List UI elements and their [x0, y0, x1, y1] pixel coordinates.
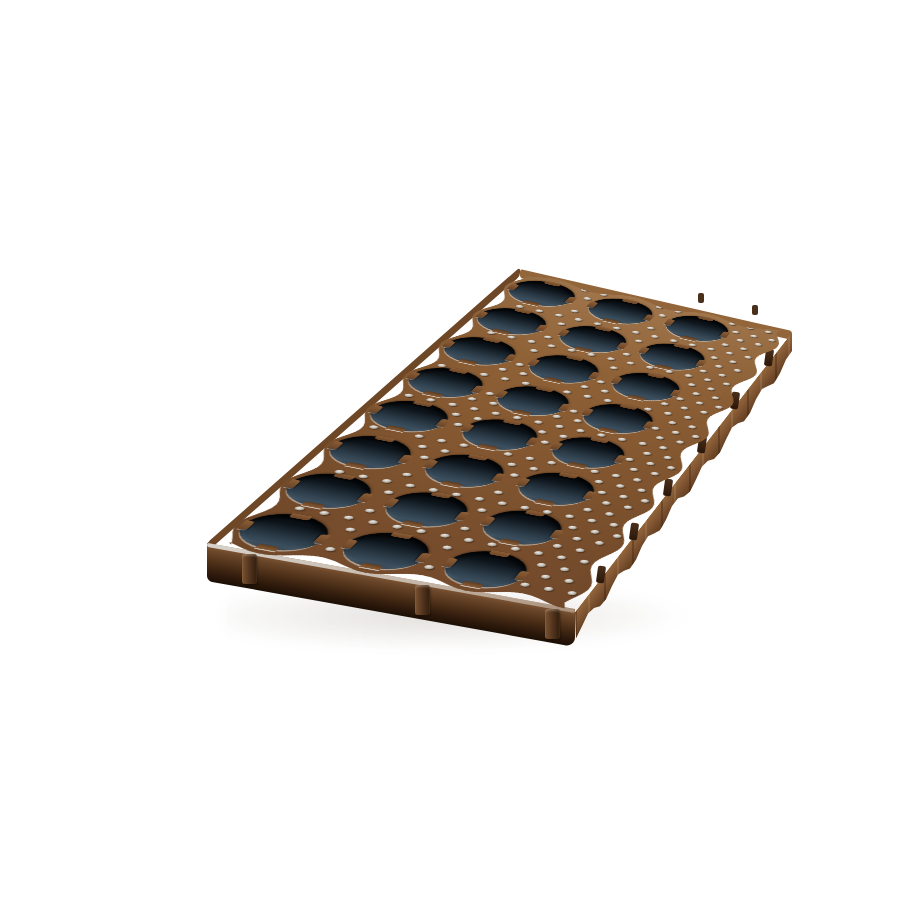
traction-stud — [664, 369, 673, 373]
traction-stud — [453, 422, 464, 427]
traction-stud — [436, 438, 447, 443]
east-rim-notch — [397, 454, 413, 463]
south-rim-notch — [512, 409, 532, 416]
south-rim-notch — [499, 538, 521, 545]
west-rim-notch — [237, 520, 255, 530]
east-rim-notch — [719, 331, 730, 338]
traction-stud — [642, 451, 652, 455]
traction-stud — [366, 520, 378, 525]
traction-stud — [558, 434, 568, 438]
west-rim-notch — [368, 405, 384, 413]
traction-stud — [416, 444, 427, 449]
traction-stud — [540, 440, 550, 445]
traction-stud — [707, 387, 716, 391]
south-rim-notch — [402, 520, 425, 528]
traction-stud — [703, 378, 712, 382]
traction-stud — [625, 361, 634, 365]
traction-stud — [649, 471, 659, 476]
traction-stud — [599, 389, 609, 393]
traction-stud — [631, 330, 640, 334]
west-rim-notch — [516, 478, 531, 487]
traction-stud — [578, 559, 589, 564]
traction-stud — [525, 456, 536, 461]
east-rim-notch — [313, 534, 331, 544]
traction-stud — [714, 405, 723, 409]
west-rim-notch — [442, 340, 456, 347]
traction-stud — [592, 322, 601, 326]
traction-stud — [675, 440, 685, 444]
traction-stud — [567, 590, 578, 595]
traction-stud — [462, 537, 474, 542]
north-rim-notch — [697, 316, 714, 322]
east-rim-notch — [549, 529, 564, 538]
traction-stud — [557, 322, 567, 326]
traction-stud — [293, 506, 306, 511]
traction-stud — [554, 313, 563, 317]
west-rim-notch — [581, 408, 594, 416]
traction-stud — [722, 382, 731, 386]
traction-stud — [573, 317, 582, 321]
south-rim-notch — [359, 562, 383, 570]
traction-stud — [486, 542, 498, 547]
south-rim-notch — [627, 395, 646, 401]
traction-stud — [423, 564, 435, 569]
south-rim-notch — [458, 359, 478, 366]
north-rim-notch — [621, 299, 638, 305]
traction-stud — [519, 582, 531, 587]
east-rim-notch — [415, 553, 431, 563]
traction-stud — [506, 462, 517, 467]
north-rim-notch — [565, 355, 584, 361]
traction-stud — [645, 365, 654, 369]
south-rim-notch — [385, 425, 407, 432]
front-wall-clip — [415, 585, 430, 615]
west-rim-notch — [284, 479, 301, 488]
traction-stud — [718, 373, 727, 377]
traction-stud — [679, 406, 688, 410]
traction-stud — [729, 360, 738, 364]
traction-stud — [512, 415, 522, 419]
traction-stud — [497, 367, 507, 371]
east-rim-notch — [583, 491, 597, 500]
traction-stud — [625, 457, 635, 462]
west-rim-notch — [475, 311, 488, 318]
traction-stud — [579, 385, 589, 389]
traction-stud — [622, 352, 631, 356]
north-rim-notch — [535, 386, 555, 393]
south-rim-notch — [544, 377, 563, 383]
traction-stud — [515, 362, 525, 366]
traction-stud — [485, 391, 495, 395]
traction-stud — [651, 426, 661, 430]
north-rim-notch — [430, 492, 452, 499]
east-rim-notch — [454, 511, 470, 520]
east-rim-notch — [695, 359, 706, 366]
traction-stud — [552, 543, 563, 548]
traction-stud — [476, 508, 487, 513]
traction-stud — [669, 339, 678, 343]
traction-stud — [364, 508, 376, 513]
traction-stud — [593, 540, 604, 545]
traction-stud — [566, 348, 576, 352]
traction-stud — [754, 342, 762, 346]
traction-stud — [546, 344, 556, 348]
traction-stud — [447, 402, 458, 406]
traction-stud — [662, 455, 672, 459]
traction-stud — [586, 352, 596, 356]
west-rim-notch — [558, 329, 571, 336]
north-rim-notch — [514, 308, 533, 314]
traction-stud — [491, 411, 502, 415]
traction-stud — [404, 483, 416, 488]
traction-stud — [506, 335, 516, 339]
traction-stud — [618, 494, 628, 499]
traction-stud — [559, 567, 570, 572]
north-rim-notch — [647, 373, 665, 379]
traction-stud — [503, 452, 514, 457]
pit-hole-r4-c3 — [574, 399, 661, 438]
traction-stud — [638, 441, 648, 445]
traction-stud — [596, 380, 606, 384]
pit-hole-r4-c2 — [487, 381, 578, 420]
traction-stud — [660, 402, 669, 406]
traction-stud — [383, 490, 395, 495]
south-rim-notch — [602, 318, 620, 324]
north-rim-notch — [390, 532, 413, 540]
traction-stud — [609, 366, 618, 370]
traction-stud — [571, 536, 582, 541]
traction-stud — [583, 297, 592, 301]
west-rim-notch — [328, 441, 344, 450]
product-render-stage — [0, 0, 902, 902]
traction-stud — [735, 338, 743, 342]
traction-stud — [586, 518, 597, 523]
traction-stud — [479, 372, 489, 376]
east-rim-notch — [526, 437, 540, 445]
west-rim-notch — [406, 372, 421, 380]
west-rim-notch — [341, 539, 358, 549]
traction-stud — [401, 472, 413, 477]
south-rim-notch — [680, 335, 697, 341]
traction-stud — [739, 347, 748, 351]
south-rim-notch — [345, 462, 368, 469]
traction-stud — [342, 515, 354, 520]
traction-stud — [743, 355, 752, 359]
west-rim-notch — [550, 442, 564, 450]
south-rim-notch — [522, 300, 540, 306]
traction-stud — [439, 533, 451, 538]
traction-stud — [622, 505, 632, 510]
traction-stud — [733, 368, 742, 372]
traction-stud — [650, 335, 659, 339]
traction-stud — [750, 334, 758, 338]
traction-stud — [368, 425, 380, 430]
traction-stud — [532, 551, 543, 556]
traction-stud — [691, 434, 700, 438]
traction-stud — [640, 498, 650, 503]
north-rim-notch — [374, 435, 396, 442]
north-rim-notch — [488, 550, 510, 558]
traction-stud — [666, 465, 676, 469]
traction-stud — [437, 363, 448, 367]
south-rim-notch — [423, 391, 444, 398]
traction-stud — [645, 461, 655, 466]
traction-stud — [567, 525, 578, 530]
traction-stud — [317, 510, 330, 515]
traction-stud — [526, 339, 536, 343]
west-rim-notch — [638, 347, 650, 354]
traction-stud — [486, 331, 496, 335]
north-rim-notch — [288, 513, 312, 521]
traction-stud — [617, 437, 627, 441]
front-wall-clip — [545, 609, 560, 639]
traction-stud — [699, 369, 708, 373]
west-rim-notch — [423, 460, 438, 469]
traction-stud — [634, 339, 643, 343]
pit-hole-r3-c3 — [604, 368, 688, 405]
traction-stud — [671, 430, 681, 434]
traction-stud — [496, 501, 507, 506]
south-rim-notch — [477, 444, 498, 451]
north-rim-notch — [543, 281, 561, 287]
traction-stud — [687, 425, 696, 429]
traction-stud — [615, 484, 625, 489]
north-rim-notch — [590, 437, 610, 444]
traction-stud — [691, 392, 700, 396]
traction-stud — [380, 478, 392, 483]
traction-stud — [473, 496, 484, 501]
traction-stud — [564, 514, 575, 519]
traction-stud — [466, 397, 477, 401]
north-rim-notch — [448, 368, 468, 375]
front-wall-clip — [242, 554, 257, 584]
traction-stud — [710, 396, 719, 400]
traction-stud — [699, 410, 708, 414]
traction-stud — [425, 398, 436, 402]
traction-stud — [683, 374, 692, 378]
traction-stud — [509, 546, 520, 551]
south-rim-notch — [255, 544, 280, 552]
traction-stud — [537, 430, 547, 434]
traction-stud — [612, 533, 623, 538]
traction-stud — [706, 347, 715, 351]
north-rim-notch — [619, 404, 638, 410]
west-rim-notch — [507, 283, 520, 290]
traction-stud — [611, 473, 621, 478]
north-rim-notch — [502, 419, 522, 426]
traction-stud — [714, 364, 723, 368]
traction-stud — [601, 501, 611, 506]
pit-hole-r2-c2 — [551, 321, 635, 357]
back-edge-tab — [698, 293, 704, 303]
traction-stud — [563, 578, 574, 583]
traction-stud — [764, 330, 772, 334]
traction-stud — [555, 555, 566, 560]
traction-stud — [459, 526, 471, 531]
traction-stud — [441, 545, 453, 550]
traction-stud — [658, 445, 668, 449]
traction-stud — [646, 326, 655, 330]
traction-stud — [590, 469, 600, 474]
traction-stud — [687, 383, 696, 387]
traction-stud — [391, 524, 403, 529]
traction-stud — [357, 474, 369, 479]
traction-stud — [569, 409, 579, 413]
traction-stud — [419, 455, 430, 460]
west-rim-notch — [442, 558, 458, 568]
traction-stud — [539, 574, 550, 579]
traction-stud — [458, 443, 469, 448]
traction-stud — [570, 309, 579, 313]
traction-stud — [554, 424, 564, 428]
south-rim-notch — [534, 499, 555, 506]
south-rim-notch — [441, 480, 463, 487]
traction-stud — [528, 466, 539, 471]
traction-stud — [500, 377, 510, 381]
east-rim-notch — [491, 473, 506, 482]
traction-stud — [603, 398, 613, 402]
west-rim-notch — [384, 498, 400, 507]
north-rim-notch — [467, 454, 488, 461]
traction-stud — [493, 490, 504, 495]
pit-hole-r6-c3 — [508, 468, 604, 511]
traction-stud — [628, 467, 638, 472]
traction-stud — [546, 460, 557, 465]
traction-stud — [543, 586, 554, 591]
traction-stud — [663, 411, 672, 415]
traction-stud — [596, 433, 606, 437]
traction-stud — [604, 511, 615, 516]
back-edge-tab — [752, 305, 758, 315]
traction-stud — [551, 414, 561, 418]
traction-stud — [344, 527, 357, 532]
west-rim-notch — [495, 390, 509, 398]
traction-stud — [683, 415, 692, 419]
traction-stud — [488, 401, 499, 405]
east-rim-notch — [670, 389, 682, 396]
traction-stud — [536, 562, 547, 567]
traction-stud — [606, 357, 615, 361]
west-rim-notch — [481, 516, 496, 525]
traction-stud — [324, 546, 337, 551]
traction-stud — [572, 419, 582, 423]
traction-stud — [725, 351, 734, 355]
traction-stud — [415, 529, 427, 534]
traction-stud — [658, 314, 667, 318]
south-rim-notch — [461, 581, 484, 589]
traction-stud — [667, 421, 676, 425]
east-rim-notch — [514, 571, 529, 581]
traction-stud — [675, 397, 684, 401]
traction-stud — [562, 390, 572, 394]
traction-stud — [403, 393, 414, 397]
traction-stud — [575, 548, 586, 553]
traction-stud — [636, 488, 646, 493]
traction-stud — [543, 335, 553, 339]
north-rim-notch — [482, 337, 501, 343]
north-rim-notch — [594, 326, 612, 332]
traction-stud — [533, 420, 543, 424]
traction-stud — [710, 356, 719, 360]
traction-stud — [632, 477, 642, 482]
traction-stud — [576, 428, 586, 432]
traction-stud — [469, 406, 480, 410]
east-rim-notch — [616, 342, 628, 349]
traction-stud — [593, 479, 603, 484]
west-rim-notch — [610, 377, 623, 384]
traction-stud — [768, 338, 776, 342]
traction-stud — [534, 309, 544, 313]
traction-stud — [597, 490, 607, 495]
traction-stud — [583, 394, 593, 398]
east-rim-notch — [504, 354, 517, 361]
west-rim-notch — [527, 359, 540, 366]
east-rim-notch — [535, 324, 548, 331]
traction-stud — [439, 449, 450, 454]
east-rim-notch — [643, 314, 655, 321]
east-rim-notch — [357, 493, 374, 502]
traction-stud — [509, 473, 520, 478]
east-rim-notch — [471, 385, 485, 393]
pit-hole-r5-c2 — [452, 414, 548, 455]
east-rim-notch — [565, 297, 577, 304]
traction-stud — [732, 330, 740, 334]
traction-stud — [414, 434, 425, 439]
north-rim-notch — [558, 472, 578, 479]
traction-stud — [721, 343, 730, 347]
east-rim-notch — [435, 419, 450, 427]
north-rim-notch — [333, 473, 356, 480]
traction-stud — [582, 507, 593, 512]
traction-stud — [655, 436, 665, 440]
traction-stud — [529, 348, 539, 352]
traction-stud — [612, 326, 621, 330]
traction-stud — [450, 412, 461, 417]
traction-stud — [608, 522, 619, 527]
south-rim-notch — [574, 346, 593, 352]
traction-stud — [518, 372, 528, 376]
east-rim-notch — [588, 372, 601, 379]
west-rim-notch — [664, 319, 675, 326]
pit-hole-r3-c2 — [520, 350, 608, 387]
traction-stud — [695, 401, 704, 405]
traction-stud — [521, 381, 531, 385]
west-rim-notch — [586, 301, 598, 308]
traction-stud — [590, 529, 601, 534]
south-rim-notch — [567, 462, 587, 469]
